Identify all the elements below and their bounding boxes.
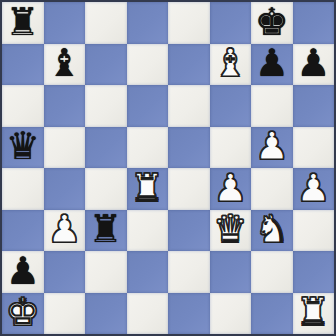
- white-rook-piece[interactable]: ♜: [296, 293, 330, 331]
- square-g5[interactable]: ♟: [251, 127, 293, 169]
- square-d2[interactable]: [127, 251, 169, 293]
- square-a4[interactable]: [2, 168, 44, 210]
- square-a6[interactable]: [2, 85, 44, 127]
- square-a2[interactable]: ♟: [2, 251, 44, 293]
- square-g3[interactable]: ♞: [251, 210, 293, 252]
- square-a8[interactable]: ♜: [2, 2, 44, 44]
- square-f4[interactable]: ♟: [210, 168, 252, 210]
- square-c5[interactable]: [85, 127, 127, 169]
- square-e2[interactable]: [168, 251, 210, 293]
- square-d1[interactable]: [127, 293, 169, 335]
- square-g7[interactable]: ♟: [251, 44, 293, 86]
- square-b6[interactable]: [44, 85, 86, 127]
- square-g6[interactable]: [251, 85, 293, 127]
- square-h1[interactable]: ♜: [293, 293, 335, 335]
- square-f2[interactable]: [210, 251, 252, 293]
- square-e7[interactable]: [168, 44, 210, 86]
- white-pawn-piece[interactable]: ♟: [213, 169, 247, 207]
- white-pawn-piece[interactable]: ♟: [296, 169, 330, 207]
- square-g1[interactable]: [251, 293, 293, 335]
- square-c1[interactable]: [85, 293, 127, 335]
- white-knight-piece[interactable]: ♞: [255, 210, 289, 248]
- square-b7[interactable]: ♝: [44, 44, 86, 86]
- chess-board: ♜♚♝♝♟♟♛♟♜♟♟♟♜♛♞♟♚♜: [0, 0, 336, 336]
- square-c6[interactable]: [85, 85, 127, 127]
- square-a7[interactable]: [2, 44, 44, 86]
- square-b5[interactable]: [44, 127, 86, 169]
- square-h5[interactable]: [293, 127, 335, 169]
- square-f7[interactable]: ♝: [210, 44, 252, 86]
- square-e1[interactable]: [168, 293, 210, 335]
- square-h8[interactable]: [293, 2, 335, 44]
- square-h3[interactable]: [293, 210, 335, 252]
- square-c8[interactable]: [85, 2, 127, 44]
- square-f1[interactable]: [210, 293, 252, 335]
- square-h2[interactable]: [293, 251, 335, 293]
- square-g2[interactable]: [251, 251, 293, 293]
- square-b1[interactable]: [44, 293, 86, 335]
- black-bishop-piece[interactable]: ♝: [47, 44, 81, 82]
- square-c2[interactable]: [85, 251, 127, 293]
- square-b4[interactable]: [44, 168, 86, 210]
- black-pawn-piece[interactable]: ♟: [296, 44, 330, 82]
- square-h4[interactable]: ♟: [293, 168, 335, 210]
- square-d3[interactable]: [127, 210, 169, 252]
- black-rook-piece[interactable]: ♜: [6, 3, 40, 41]
- square-c7[interactable]: [85, 44, 127, 86]
- square-a1[interactable]: ♚: [2, 293, 44, 335]
- square-f3[interactable]: ♛: [210, 210, 252, 252]
- square-a5[interactable]: ♛: [2, 127, 44, 169]
- square-b8[interactable]: [44, 2, 86, 44]
- square-d5[interactable]: [127, 127, 169, 169]
- white-pawn-piece[interactable]: ♟: [255, 127, 289, 165]
- square-h6[interactable]: [293, 85, 335, 127]
- white-bishop-piece[interactable]: ♝: [213, 44, 247, 82]
- white-king-piece[interactable]: ♚: [6, 293, 40, 331]
- square-f5[interactable]: [210, 127, 252, 169]
- square-e3[interactable]: [168, 210, 210, 252]
- black-king-piece[interactable]: ♚: [255, 3, 289, 41]
- square-f8[interactable]: [210, 2, 252, 44]
- square-c4[interactable]: [85, 168, 127, 210]
- black-pawn-piece[interactable]: ♟: [6, 252, 40, 290]
- square-d7[interactable]: [127, 44, 169, 86]
- square-e4[interactable]: [168, 168, 210, 210]
- square-f6[interactable]: [210, 85, 252, 127]
- white-queen-piece[interactable]: ♛: [213, 210, 247, 248]
- white-rook-piece[interactable]: ♜: [130, 169, 164, 207]
- square-e6[interactable]: [168, 85, 210, 127]
- square-c3[interactable]: ♜: [85, 210, 127, 252]
- square-a3[interactable]: [2, 210, 44, 252]
- square-d6[interactable]: [127, 85, 169, 127]
- square-b2[interactable]: [44, 251, 86, 293]
- black-pawn-piece[interactable]: ♟: [255, 44, 289, 82]
- square-h7[interactable]: ♟: [293, 44, 335, 86]
- square-g4[interactable]: [251, 168, 293, 210]
- black-queen-piece[interactable]: ♛: [6, 127, 40, 165]
- square-b3[interactable]: ♟: [44, 210, 86, 252]
- white-pawn-piece[interactable]: ♟: [47, 210, 81, 248]
- square-e8[interactable]: [168, 2, 210, 44]
- square-d4[interactable]: ♜: [127, 168, 169, 210]
- black-rook-piece[interactable]: ♜: [89, 210, 123, 248]
- square-d8[interactable]: [127, 2, 169, 44]
- square-e5[interactable]: [168, 127, 210, 169]
- square-g8[interactable]: ♚: [251, 2, 293, 44]
